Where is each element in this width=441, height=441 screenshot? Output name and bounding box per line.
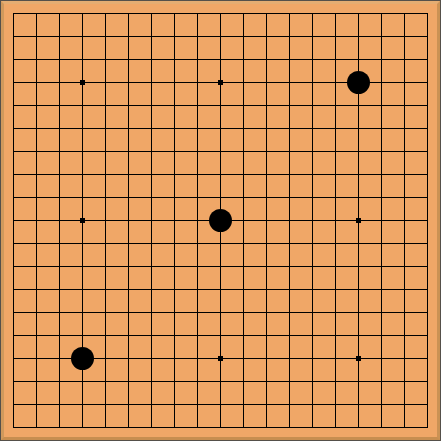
star-point bbox=[347, 347, 370, 370]
go-board: ●●● bbox=[0, 0, 441, 441]
star-point-marker bbox=[356, 356, 361, 361]
star-point-marker bbox=[80, 80, 85, 85]
intersection-K10: ● bbox=[209, 209, 232, 232]
star-point bbox=[347, 209, 370, 232]
goban-grid[interactable]: ●●● bbox=[2, 2, 439, 439]
star-point bbox=[209, 347, 232, 370]
black-stone: ● bbox=[347, 71, 370, 94]
black-stone: ● bbox=[209, 209, 232, 232]
star-point bbox=[71, 209, 94, 232]
intersection-D4: ● bbox=[71, 347, 94, 370]
star-point-marker bbox=[218, 356, 223, 361]
star-point-marker bbox=[356, 218, 361, 223]
star-point-marker bbox=[218, 80, 223, 85]
star-point bbox=[209, 71, 232, 94]
star-point bbox=[71, 71, 94, 94]
star-point-marker bbox=[80, 218, 85, 223]
black-stone: ● bbox=[71, 347, 94, 370]
intersection-Q16: ● bbox=[347, 71, 370, 94]
